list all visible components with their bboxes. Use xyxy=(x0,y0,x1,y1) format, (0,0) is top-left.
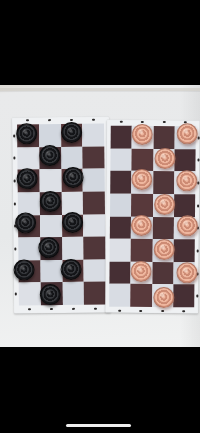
black-piece[interactable] xyxy=(39,145,60,166)
light-square-r7c8[interactable] xyxy=(173,262,194,285)
light-square-r6c5[interactable] xyxy=(110,239,131,262)
coordinate-tick xyxy=(197,204,199,207)
dark-square-r2c4[interactable] xyxy=(83,146,105,169)
board-grid xyxy=(109,126,196,308)
coordinate-tick xyxy=(92,119,95,121)
pink-piece[interactable] xyxy=(176,170,197,191)
dark-square-r6c4[interactable] xyxy=(83,237,105,260)
light-square-r2c7[interactable] xyxy=(153,149,174,172)
dark-square-r3c1[interactable] xyxy=(18,169,40,192)
light-square-r4c1[interactable] xyxy=(18,192,40,215)
board-left-half xyxy=(12,116,111,313)
black-piece[interactable] xyxy=(40,191,61,212)
dark-square-r1c7[interactable] xyxy=(153,126,174,149)
dark-square-r8c4[interactable] xyxy=(84,282,106,305)
pink-piece[interactable] xyxy=(131,260,152,281)
dark-square-r1c1[interactable] xyxy=(17,124,39,147)
board-photo xyxy=(0,85,200,347)
dark-square-r4c4[interactable] xyxy=(83,191,105,214)
coordinate-tick xyxy=(94,308,97,310)
dark-square-r7c5[interactable] xyxy=(109,261,130,284)
light-square-r5c6[interactable] xyxy=(131,216,152,239)
light-square-r7c6[interactable] xyxy=(131,262,152,285)
light-square-r5c2[interactable] xyxy=(40,215,62,238)
pink-piece[interactable] xyxy=(132,124,153,145)
coordinate-tick xyxy=(13,134,15,137)
coordinate-tick xyxy=(196,295,198,298)
dark-square-r2c8[interactable] xyxy=(174,149,195,172)
coordinate-tick xyxy=(70,119,73,121)
coordinate-tick xyxy=(14,202,16,205)
light-square-r1c8[interactable] xyxy=(174,126,195,149)
black-piece[interactable] xyxy=(61,122,82,143)
pink-piece[interactable] xyxy=(177,123,198,144)
coordinate-tick xyxy=(13,157,15,160)
dark-square-r4c2[interactable] xyxy=(40,192,62,215)
light-square-r2c1[interactable] xyxy=(17,147,39,170)
light-square-r2c5[interactable] xyxy=(110,148,131,171)
pink-piece[interactable] xyxy=(132,169,153,190)
light-square-r4c7[interactable] xyxy=(153,194,174,217)
light-square-r4c3[interactable] xyxy=(61,192,83,215)
dark-square-r6c6[interactable] xyxy=(131,239,152,262)
light-square-r6c3[interactable] xyxy=(62,237,84,260)
pink-piece[interactable] xyxy=(154,148,175,169)
light-square-r5c8[interactable] xyxy=(174,217,195,240)
black-piece[interactable] xyxy=(14,259,35,280)
black-piece[interactable] xyxy=(15,213,36,234)
pink-piece[interactable] xyxy=(176,262,197,283)
dark-square-r2c2[interactable] xyxy=(39,147,61,170)
dark-square-r7c3[interactable] xyxy=(62,260,84,283)
dark-square-r3c5[interactable] xyxy=(110,171,131,194)
coordinate-tick xyxy=(161,310,164,312)
black-piece[interactable] xyxy=(16,123,37,144)
dark-square-r5c5[interactable] xyxy=(110,216,131,239)
coordinate-tick xyxy=(140,310,143,312)
light-square-r8c1[interactable] xyxy=(19,283,41,306)
dark-square-r1c3[interactable] xyxy=(61,124,83,147)
light-square-r8c5[interactable] xyxy=(109,284,130,307)
light-square-r8c7[interactable] xyxy=(152,284,173,307)
light-square-r3c6[interactable] xyxy=(131,171,152,194)
dark-square-r3c7[interactable] xyxy=(153,171,174,194)
coordinate-tick xyxy=(48,119,51,121)
pink-piece[interactable] xyxy=(154,194,175,215)
light-square-r3c4[interactable] xyxy=(83,169,105,192)
dark-square-r7c7[interactable] xyxy=(152,262,173,285)
light-square-r3c2[interactable] xyxy=(39,169,61,192)
phone-screenshot: { "game": "checkers", "board_description… xyxy=(0,0,200,433)
background-seam xyxy=(0,88,200,91)
coordinate-tick xyxy=(162,121,165,123)
light-square-r3c8[interactable] xyxy=(174,171,195,194)
pink-piece[interactable] xyxy=(177,216,198,237)
dark-square-r2c6[interactable] xyxy=(132,148,153,171)
light-square-r2c3[interactable] xyxy=(61,146,83,169)
light-square-r6c7[interactable] xyxy=(152,239,173,262)
light-square-r8c3[interactable] xyxy=(62,282,84,305)
board-grid xyxy=(17,124,106,306)
coordinate-tick xyxy=(28,308,31,310)
coordinate-tick xyxy=(50,308,53,310)
dark-square-r8c2[interactable] xyxy=(40,282,62,305)
black-piece[interactable] xyxy=(62,167,83,188)
black-piece[interactable] xyxy=(62,212,83,233)
coordinate-tick xyxy=(141,121,144,123)
coordinate-tick xyxy=(182,310,185,312)
dark-square-r1c5[interactable] xyxy=(111,126,132,149)
coordinate-tick xyxy=(118,310,121,312)
black-piece[interactable] xyxy=(40,284,61,305)
dark-square-r8c8[interactable] xyxy=(173,285,194,308)
dark-square-r7c1[interactable] xyxy=(18,260,40,283)
dark-square-r5c7[interactable] xyxy=(152,217,173,240)
light-square-r4c5[interactable] xyxy=(110,194,131,217)
dark-square-r6c8[interactable] xyxy=(173,239,194,262)
light-square-r6c1[interactable] xyxy=(18,237,40,260)
light-square-r1c4[interactable] xyxy=(82,124,104,147)
dark-square-r4c8[interactable] xyxy=(174,194,195,217)
board-right-half xyxy=(105,120,200,314)
coordinate-tick xyxy=(198,136,200,139)
coordinate-tick xyxy=(72,308,75,310)
light-square-r5c4[interactable] xyxy=(83,214,105,237)
pink-piece[interactable] xyxy=(153,287,174,308)
home-indicator-bar[interactable] xyxy=(66,424,131,427)
coordinate-tick xyxy=(120,121,123,123)
coordinate-tick xyxy=(26,119,29,121)
dark-square-r4c6[interactable] xyxy=(131,194,152,217)
coordinate-tick xyxy=(14,247,16,250)
coordinate-tick xyxy=(15,293,17,296)
light-square-r1c6[interactable] xyxy=(132,126,153,149)
black-piece[interactable] xyxy=(60,258,81,279)
dark-square-r5c1[interactable] xyxy=(18,215,40,238)
black-piece[interactable] xyxy=(38,237,59,258)
coordinate-tick xyxy=(197,159,199,162)
light-square-r7c2[interactable] xyxy=(40,260,62,283)
coordinate-tick xyxy=(197,249,199,252)
light-square-r1c2[interactable] xyxy=(39,124,61,147)
dark-square-r8c6[interactable] xyxy=(130,284,151,307)
black-piece[interactable] xyxy=(17,168,38,189)
dark-square-r5c3[interactable] xyxy=(61,214,83,237)
pink-piece[interactable] xyxy=(131,215,152,236)
light-square-r7c4[interactable] xyxy=(84,259,106,282)
coordinate-tick xyxy=(197,181,199,184)
coordinate-tick xyxy=(14,180,16,183)
pink-piece[interactable] xyxy=(153,239,174,260)
dark-square-r6c2[interactable] xyxy=(40,237,62,260)
dark-square-r3c3[interactable] xyxy=(61,169,83,192)
